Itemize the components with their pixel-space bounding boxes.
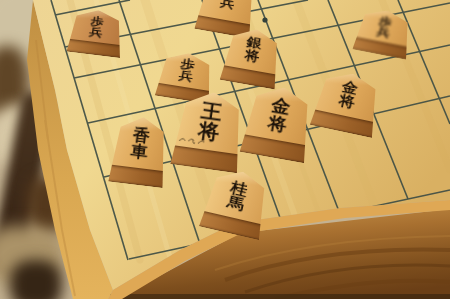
shogi-photo-stage: 歩兵 歩兵 歩兵 歩兵 銀将 金将 <box>0 0 450 299</box>
star-point <box>262 17 267 22</box>
table-bottom-shadow <box>110 294 450 299</box>
